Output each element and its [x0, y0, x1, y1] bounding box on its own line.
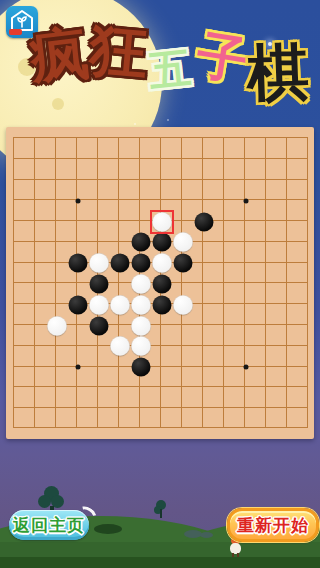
stone-white [173, 295, 192, 314]
stone-black [68, 254, 87, 273]
landscape [0, 438, 320, 568]
game-title: 疯 狂 五 子 棋 [0, 0, 320, 120]
title-char: 子 [193, 28, 252, 87]
stone-white [131, 316, 150, 335]
stone-white [110, 337, 129, 356]
star-point [75, 198, 80, 203]
stone-white [152, 254, 171, 273]
title-char: 狂 [88, 20, 151, 83]
star-point [75, 365, 80, 370]
stone-white [110, 295, 129, 314]
stone-black [194, 212, 213, 231]
stone-black [131, 254, 150, 273]
bush-icon [94, 524, 122, 534]
ground-shadow [0, 557, 320, 568]
stone-black [68, 295, 87, 314]
stone-black [89, 316, 108, 335]
star-icon [134, 123, 136, 125]
stone-black [131, 358, 150, 377]
home-button-label: 返回主页 [13, 514, 85, 537]
title-char: 棋 [246, 41, 310, 105]
stone-layer [15, 139, 309, 430]
stone-black [152, 274, 171, 293]
star-point [243, 365, 248, 370]
stone-white [47, 316, 66, 335]
stone-black [173, 254, 192, 273]
stone-white [89, 254, 108, 273]
stone-black [131, 233, 150, 252]
rock-icon [200, 532, 213, 538]
star-point [243, 198, 248, 203]
stone-white [131, 274, 150, 293]
stone-black [152, 233, 171, 252]
small-tree-icon [153, 500, 169, 518]
stone-white [131, 337, 150, 356]
title-char: 疯 [27, 23, 92, 88]
stone-black [89, 274, 108, 293]
last-move-marker [150, 210, 174, 234]
restart-button-label: 重新开始 [237, 514, 309, 537]
stone-white [89, 295, 108, 314]
restart-button[interactable]: 重新开始 [227, 508, 319, 542]
stone-white [131, 295, 150, 314]
gomoku-board[interactable] [6, 127, 314, 439]
home-button[interactable]: 返回主页 [9, 510, 89, 540]
stone-black [152, 295, 171, 314]
stone-white [173, 233, 192, 252]
game-screen: 疯 狂 五 子 棋 [0, 0, 320, 568]
title-char: 五 [147, 47, 193, 93]
stone-black [110, 254, 129, 273]
